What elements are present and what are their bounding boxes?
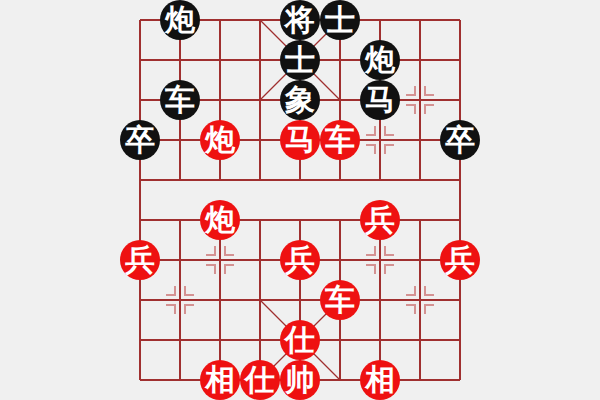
black-general-piece[interactable]: 将 [280, 0, 320, 40]
red-soldier-piece[interactable]: 兵 [360, 200, 400, 240]
black-soldier-piece[interactable]: 卒 [120, 120, 160, 160]
black-advisor-piece[interactable]: 士 [320, 0, 360, 40]
red-elephant-piece[interactable]: 相 [200, 360, 240, 400]
red-cannon-piece[interactable]: 炮 [200, 120, 240, 160]
red-soldier-piece[interactable]: 兵 [120, 240, 160, 280]
red-elephant-piece[interactable]: 相 [360, 360, 400, 400]
black-cannon-piece[interactable]: 炮 [160, 0, 200, 40]
black-cannon-piece[interactable]: 炮 [360, 40, 400, 80]
black-horse-piece[interactable]: 马 [360, 80, 400, 120]
red-advisor-piece[interactable]: 仕 [280, 320, 320, 360]
red-advisor-piece[interactable]: 仕 [240, 360, 280, 400]
black-advisor-piece[interactable]: 士 [280, 40, 320, 80]
red-chariot-piece[interactable]: 车 [320, 280, 360, 320]
red-general-piece[interactable]: 帅 [280, 360, 320, 400]
red-soldier-piece[interactable]: 兵 [440, 240, 480, 280]
black-soldier-piece[interactable]: 卒 [440, 120, 480, 160]
red-cannon-piece[interactable]: 炮 [200, 200, 240, 240]
red-horse-piece[interactable]: 马 [280, 120, 320, 160]
xiangqi-board: 炮将士士炮车象马卒炮马车卒炮兵兵兵兵车仕相仕帅相 [0, 0, 600, 400]
black-chariot-piece[interactable]: 车 [160, 80, 200, 120]
red-soldier-piece[interactable]: 兵 [280, 240, 320, 280]
black-elephant-piece[interactable]: 象 [280, 80, 320, 120]
pieces-layer: 炮将士士炮车象马卒炮马车卒炮兵兵兵兵车仕相仕帅相 [120, 0, 480, 400]
red-chariot-piece[interactable]: 车 [320, 120, 360, 160]
